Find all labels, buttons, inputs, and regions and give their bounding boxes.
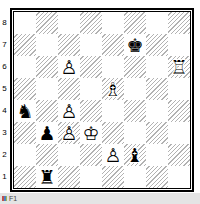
square-e3[interactable] [102,122,124,144]
square-a7[interactable] [14,34,36,56]
square-f6[interactable] [124,56,146,78]
square-b5[interactable] [36,78,58,100]
square-h4[interactable] [168,100,190,122]
square-c1[interactable] [58,166,80,188]
rank-label-1: 1 [0,166,9,188]
square-g2[interactable] [146,144,168,166]
square-c2[interactable] [58,144,80,166]
rank-label-8: 8 [0,12,9,34]
board-inner-frame: ♚♙♖♗♞♙♟♙♔♙♝♜ [13,11,191,189]
square-g7[interactable] [146,34,168,56]
square-b6[interactable] [36,56,58,78]
rank-label-7: 7 [0,34,9,56]
rank-label-5: 5 [0,78,9,100]
square-d8[interactable] [80,12,102,34]
square-e6[interactable] [102,56,124,78]
square-h3[interactable] [168,122,190,144]
square-f5[interactable] [124,78,146,100]
square-e2[interactable]: ♙ [102,144,124,166]
black-king-f7: ♚ [124,34,146,56]
square-d7[interactable] [80,34,102,56]
square-c4[interactable]: ♙ [58,100,80,122]
square-d6[interactable] [80,56,102,78]
white-pawn-c3: ♙ [58,122,80,144]
square-a6[interactable] [14,56,36,78]
square-g8[interactable] [146,12,168,34]
white-rook-h6: ♖ [168,56,190,78]
square-b7[interactable] [36,34,58,56]
square-f2[interactable]: ♝ [124,144,146,166]
white-pawn-c6: ♙ [58,56,80,78]
black-knight-a4: ♞ [14,100,36,122]
black-bishop-f2: ♝ [124,144,146,166]
black-pawn-b3: ♟ [36,122,58,144]
square-g6[interactable] [146,56,168,78]
square-h1[interactable] [168,166,190,188]
rank-labels: 87654321 [0,12,9,188]
status-bar: F1 [0,193,200,204]
square-b8[interactable] [36,12,58,34]
square-h7[interactable] [168,34,190,56]
square-b2[interactable] [36,144,58,166]
square-h2[interactable] [168,144,190,166]
white-pawn-c4: ♙ [58,100,80,122]
square-a3[interactable] [14,122,36,144]
square-f1[interactable] [124,166,146,188]
square-c8[interactable] [58,12,80,34]
square-f3[interactable] [124,122,146,144]
square-d2[interactable] [80,144,102,166]
white-bishop-e5: ♗ [102,78,124,100]
square-a2[interactable] [14,144,36,166]
rank-label-2: 2 [0,144,9,166]
square-f7[interactable]: ♚ [124,34,146,56]
square-a8[interactable] [14,12,36,34]
square-h6[interactable]: ♖ [168,56,190,78]
square-f4[interactable] [124,100,146,122]
square-c3[interactable]: ♙ [58,122,80,144]
square-b3[interactable]: ♟ [36,122,58,144]
square-e8[interactable] [102,12,124,34]
square-d4[interactable] [80,100,102,122]
square-a1[interactable] [14,166,36,188]
square-e1[interactable] [102,166,124,188]
square-h8[interactable] [168,12,190,34]
square-e7[interactable] [102,34,124,56]
square-g5[interactable] [146,78,168,100]
square-f8[interactable] [124,12,146,34]
square-g4[interactable] [146,100,168,122]
square-c7[interactable] [58,34,80,56]
square-c5[interactable] [58,78,80,100]
square-g1[interactable] [146,166,168,188]
rank-label-6: 6 [0,56,9,78]
rank-label-4: 4 [0,100,9,122]
square-e4[interactable] [102,100,124,122]
square-b4[interactable] [36,100,58,122]
board-frame: ♚♙♖♗♞♙♟♙♔♙♝♜ [10,8,194,192]
black-rook-b1: ♜ [36,166,58,188]
chess-diagram-page: 87654321 ♚♙♖♗♞♙♟♙♔♙♝♜ F1 [0,0,200,204]
status-text: F1 [9,194,17,203]
square-d1[interactable] [80,166,102,188]
chess-board: ♚♙♖♗♞♙♟♙♔♙♝♜ [14,12,190,188]
rank-label-3: 3 [0,122,9,144]
square-a4[interactable]: ♞ [14,100,36,122]
white-king-d3: ♔ [80,122,102,144]
square-h5[interactable] [168,78,190,100]
square-d3[interactable]: ♔ [80,122,102,144]
square-c6[interactable]: ♙ [58,56,80,78]
square-g3[interactable] [146,122,168,144]
favicon-icon [2,196,7,201]
square-d5[interactable] [80,78,102,100]
square-e5[interactable]: ♗ [102,78,124,100]
square-b1[interactable]: ♜ [36,166,58,188]
white-pawn-e2: ♙ [102,144,124,166]
square-a5[interactable] [14,78,36,100]
